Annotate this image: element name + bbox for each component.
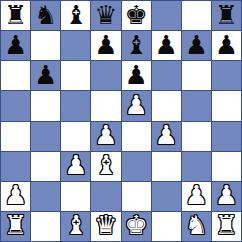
white-queen-icon[interactable]: ♛: [94, 212, 117, 238]
black-queen-icon[interactable]: ♛: [94, 2, 117, 28]
black-pawn-icon[interactable]: ♟: [4, 32, 27, 58]
square-e8[interactable]: ♚: [122, 1, 151, 30]
square-e2[interactable]: [122, 182, 151, 211]
square-f3[interactable]: [152, 152, 181, 181]
white-pawn-icon[interactable]: ♟: [215, 182, 238, 208]
white-king-icon[interactable]: ♚: [124, 212, 147, 238]
square-f2[interactable]: [152, 182, 181, 211]
white-bishop-icon[interactable]: ♝: [94, 152, 117, 178]
chess-board: ♜♞♝♛♚♜♟♟♝♟♟♟♟♟♟♟♟♟♝♟♟♟♜♝♛♚♞♜: [0, 0, 242, 242]
square-b7[interactable]: [31, 31, 60, 60]
square-g5[interactable]: [182, 91, 211, 120]
black-knight-icon[interactable]: ♞: [34, 2, 57, 28]
square-d7[interactable]: ♟: [91, 31, 120, 60]
square-a4[interactable]: [1, 122, 30, 151]
square-h5[interactable]: [212, 91, 241, 120]
square-h7[interactable]: ♟: [212, 31, 241, 60]
square-b6[interactable]: ♟: [31, 61, 60, 90]
square-f1[interactable]: [152, 212, 181, 241]
square-a8[interactable]: ♜: [1, 1, 30, 30]
square-e1[interactable]: ♚: [122, 212, 151, 241]
square-b4[interactable]: [31, 122, 60, 151]
black-rook-icon[interactable]: ♜: [215, 2, 238, 28]
square-h4[interactable]: [212, 122, 241, 151]
square-h6[interactable]: [212, 61, 241, 90]
square-g2[interactable]: ♟: [182, 182, 211, 211]
square-g3[interactable]: [182, 152, 211, 181]
square-d6[interactable]: [91, 61, 120, 90]
square-g4[interactable]: [182, 122, 211, 151]
square-c7[interactable]: [61, 31, 90, 60]
square-c1[interactable]: ♝: [61, 212, 90, 241]
square-f8[interactable]: [152, 1, 181, 30]
square-b1[interactable]: [31, 212, 60, 241]
white-bishop-icon[interactable]: ♝: [64, 212, 87, 238]
square-a2[interactable]: ♟: [1, 182, 30, 211]
white-pawn-icon[interactable]: ♟: [155, 122, 178, 148]
square-c4[interactable]: [61, 122, 90, 151]
black-bishop-icon[interactable]: ♝: [64, 2, 87, 28]
square-f4[interactable]: ♟: [152, 122, 181, 151]
white-pawn-icon[interactable]: ♟: [94, 122, 117, 148]
black-pawn-icon[interactable]: ♟: [124, 62, 147, 88]
square-d8[interactable]: ♛: [91, 1, 120, 30]
square-g8[interactable]: [182, 1, 211, 30]
square-a5[interactable]: [1, 91, 30, 120]
square-a6[interactable]: [1, 61, 30, 90]
black-king-icon[interactable]: ♚: [124, 2, 147, 28]
white-rook-icon[interactable]: ♜: [4, 212, 27, 238]
white-pawn-icon[interactable]: ♟: [124, 92, 147, 118]
black-rook-icon[interactable]: ♜: [4, 2, 27, 28]
square-e7[interactable]: ♝: [122, 31, 151, 60]
square-f6[interactable]: [152, 61, 181, 90]
square-d5[interactable]: [91, 91, 120, 120]
square-e6[interactable]: ♟: [122, 61, 151, 90]
white-rook-icon[interactable]: ♜: [215, 212, 238, 238]
square-e5[interactable]: ♟: [122, 91, 151, 120]
square-h2[interactable]: ♟: [212, 182, 241, 211]
white-pawn-icon[interactable]: ♟: [4, 182, 27, 208]
square-h3[interactable]: [212, 152, 241, 181]
square-d1[interactable]: ♛: [91, 212, 120, 241]
black-pawn-icon[interactable]: ♟: [155, 32, 178, 58]
square-b2[interactable]: [31, 182, 60, 211]
white-pawn-icon[interactable]: ♟: [64, 152, 87, 178]
square-a7[interactable]: ♟: [1, 31, 30, 60]
square-d3[interactable]: ♝: [91, 152, 120, 181]
square-h1[interactable]: ♜: [212, 212, 241, 241]
square-a3[interactable]: [1, 152, 30, 181]
square-f5[interactable]: [152, 91, 181, 120]
square-b8[interactable]: ♞: [31, 1, 60, 30]
square-e3[interactable]: [122, 152, 151, 181]
square-b5[interactable]: [31, 91, 60, 120]
square-g7[interactable]: ♟: [182, 31, 211, 60]
black-pawn-icon[interactable]: ♟: [185, 32, 208, 58]
square-c6[interactable]: [61, 61, 90, 90]
black-pawn-icon[interactable]: ♟: [34, 62, 57, 88]
square-b3[interactable]: [31, 152, 60, 181]
square-d2[interactable]: [91, 182, 120, 211]
black-pawn-icon[interactable]: ♟: [215, 32, 238, 58]
square-c3[interactable]: ♟: [61, 152, 90, 181]
square-h8[interactable]: ♜: [212, 1, 241, 30]
square-f7[interactable]: ♟: [152, 31, 181, 60]
square-a1[interactable]: ♜: [1, 212, 30, 241]
square-g1[interactable]: ♞: [182, 212, 211, 241]
black-pawn-icon[interactable]: ♟: [94, 32, 117, 58]
square-c8[interactable]: ♝: [61, 1, 90, 30]
square-c2[interactable]: [61, 182, 90, 211]
square-g6[interactable]: [182, 61, 211, 90]
square-c5[interactable]: [61, 91, 90, 120]
black-bishop-icon[interactable]: ♝: [124, 32, 147, 58]
square-d4[interactable]: ♟: [91, 122, 120, 151]
white-knight-icon[interactable]: ♞: [185, 212, 208, 238]
square-e4[interactable]: [122, 122, 151, 151]
white-pawn-icon[interactable]: ♟: [185, 182, 208, 208]
